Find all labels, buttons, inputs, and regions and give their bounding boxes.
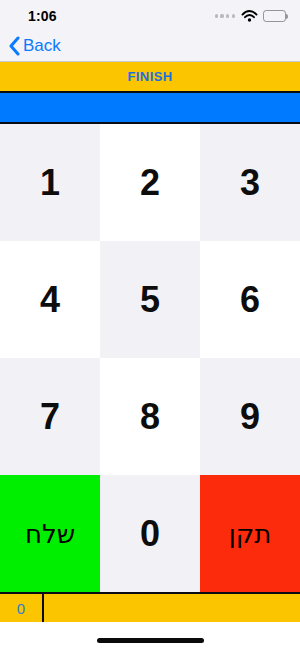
home-indicator[interactable] bbox=[97, 638, 204, 643]
key-2[interactable]: 2 bbox=[100, 124, 200, 241]
wifi-icon bbox=[241, 10, 258, 22]
send-button[interactable]: שלח bbox=[0, 475, 100, 592]
battery-icon bbox=[263, 10, 286, 22]
answer-display-bar bbox=[0, 93, 300, 124]
key-1[interactable]: 1 bbox=[0, 124, 100, 241]
key-3[interactable]: 3 bbox=[200, 124, 300, 241]
key-5[interactable]: 5 bbox=[100, 241, 200, 358]
keypad: 1 2 3 4 5 6 7 8 9 שלח 0 תקן bbox=[0, 124, 300, 592]
status-time: 1:06 bbox=[28, 8, 57, 24]
finish-button[interactable]: FINISH bbox=[0, 61, 300, 93]
home-area bbox=[0, 622, 300, 649]
app-screen: 1:06 Back FINISH 1 2 3 4 5 6 7 bbox=[0, 0, 300, 649]
bottom-status-bar: 0 bbox=[0, 592, 300, 622]
status-bar: 1:06 bbox=[0, 0, 300, 30]
bottom-bar-message-area bbox=[44, 594, 300, 622]
back-label: Back bbox=[23, 36, 61, 56]
fix-button[interactable]: תקן bbox=[200, 475, 300, 592]
status-icons bbox=[215, 10, 286, 22]
cellular-signal-icon bbox=[215, 14, 235, 17]
back-button[interactable]: Back bbox=[8, 36, 61, 56]
back-chevron-icon bbox=[8, 36, 20, 56]
navigation-bar: Back bbox=[0, 30, 300, 61]
counter-value: 0 bbox=[0, 594, 44, 622]
key-7[interactable]: 7 bbox=[0, 358, 100, 475]
key-9[interactable]: 9 bbox=[200, 358, 300, 475]
key-0[interactable]: 0 bbox=[100, 475, 200, 592]
key-8[interactable]: 8 bbox=[100, 358, 200, 475]
key-6[interactable]: 6 bbox=[200, 241, 300, 358]
key-4[interactable]: 4 bbox=[0, 241, 100, 358]
